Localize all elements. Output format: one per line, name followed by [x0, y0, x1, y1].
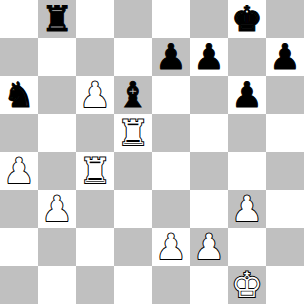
square-c6[interactable]: ♟ [76, 76, 114, 114]
square-e4[interactable] [152, 152, 190, 190]
square-c8[interactable] [76, 0, 114, 38]
square-h1[interactable] [266, 266, 304, 304]
square-c7[interactable] [76, 38, 114, 76]
square-h5[interactable] [266, 114, 304, 152]
square-b6[interactable] [38, 76, 76, 114]
piece-black-pawn: ♟ [155, 38, 186, 76]
square-g4[interactable] [228, 152, 266, 190]
square-a6[interactable]: ♞ [0, 76, 38, 114]
piece-white-rook: ♜ [79, 152, 110, 190]
piece-black-pawn: ♟ [269, 38, 300, 76]
square-b4[interactable] [38, 152, 76, 190]
piece-black-pawn: ♟ [193, 38, 224, 76]
square-d6[interactable]: ♝ [114, 76, 152, 114]
square-h4[interactable] [266, 152, 304, 190]
square-f5[interactable] [190, 114, 228, 152]
square-a2[interactable] [0, 228, 38, 266]
square-b8[interactable]: ♜ [38, 0, 76, 38]
square-a5[interactable] [0, 114, 38, 152]
square-g8[interactable]: ♚ [228, 0, 266, 38]
piece-white-pawn: ♟ [231, 190, 262, 228]
piece-white-rook: ♜ [117, 114, 148, 152]
square-e3[interactable] [152, 190, 190, 228]
square-a4[interactable]: ♟ [0, 152, 38, 190]
square-h2[interactable] [266, 228, 304, 266]
square-c3[interactable] [76, 190, 114, 228]
square-d8[interactable] [114, 0, 152, 38]
square-e7[interactable]: ♟ [152, 38, 190, 76]
square-g6[interactable]: ♟ [228, 76, 266, 114]
square-f6[interactable] [190, 76, 228, 114]
piece-black-king: ♚ [231, 0, 262, 38]
piece-black-rook: ♜ [41, 0, 72, 38]
square-f2[interactable]: ♟ [190, 228, 228, 266]
square-f3[interactable] [190, 190, 228, 228]
square-a3[interactable] [0, 190, 38, 228]
square-f7[interactable]: ♟ [190, 38, 228, 76]
piece-black-pawn: ♟ [231, 76, 262, 114]
square-g7[interactable] [228, 38, 266, 76]
piece-black-knight: ♞ [3, 76, 34, 114]
square-c5[interactable] [76, 114, 114, 152]
square-d3[interactable] [114, 190, 152, 228]
square-f8[interactable] [190, 0, 228, 38]
square-f1[interactable] [190, 266, 228, 304]
square-h8[interactable] [266, 0, 304, 38]
square-d4[interactable] [114, 152, 152, 190]
piece-white-pawn: ♟ [79, 76, 110, 114]
square-b2[interactable] [38, 228, 76, 266]
square-h6[interactable] [266, 76, 304, 114]
square-g3[interactable]: ♟ [228, 190, 266, 228]
square-h7[interactable]: ♟ [266, 38, 304, 76]
piece-white-pawn: ♟ [155, 228, 186, 266]
piece-white-pawn: ♟ [3, 152, 34, 190]
square-a7[interactable] [0, 38, 38, 76]
square-d2[interactable] [114, 228, 152, 266]
square-g1[interactable]: ♚ [228, 266, 266, 304]
square-d7[interactable] [114, 38, 152, 76]
piece-white-king: ♚ [231, 266, 262, 304]
square-e6[interactable] [152, 76, 190, 114]
square-f4[interactable] [190, 152, 228, 190]
piece-white-pawn: ♟ [41, 190, 72, 228]
piece-white-pawn: ♟ [193, 228, 224, 266]
square-b5[interactable] [38, 114, 76, 152]
chess-board: ♜♚♟♟♟♞♟♝♟♜♟♜♟♟♟♟♚ [0, 0, 304, 304]
square-g5[interactable] [228, 114, 266, 152]
square-b7[interactable] [38, 38, 76, 76]
square-d5[interactable]: ♜ [114, 114, 152, 152]
square-h3[interactable] [266, 190, 304, 228]
piece-black-bishop: ♝ [117, 76, 148, 114]
square-c1[interactable] [76, 266, 114, 304]
square-b1[interactable] [38, 266, 76, 304]
square-c4[interactable]: ♜ [76, 152, 114, 190]
square-a1[interactable] [0, 266, 38, 304]
square-e1[interactable] [152, 266, 190, 304]
square-a8[interactable] [0, 0, 38, 38]
square-c2[interactable] [76, 228, 114, 266]
square-d1[interactable] [114, 266, 152, 304]
square-e8[interactable] [152, 0, 190, 38]
square-b3[interactable]: ♟ [38, 190, 76, 228]
square-e2[interactable]: ♟ [152, 228, 190, 266]
square-g2[interactable] [228, 228, 266, 266]
square-e5[interactable] [152, 114, 190, 152]
